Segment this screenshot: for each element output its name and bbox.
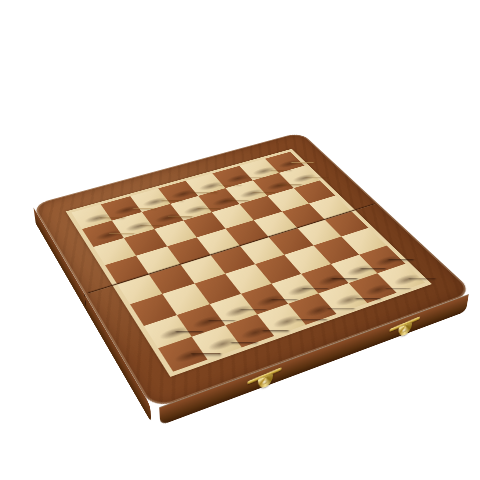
product-photo-scene: ♜♞♝♛♚♝♞♜♟♟♟♟♟♟♟♟♟♟♟♟♟♟♟♟♜♞♝♛♚♝♞♜	[0, 0, 480, 480]
board-top: ♜♞♝♛♚♝♞♜♟♟♟♟♟♟♟♟♟♟♟♟♟♟♟♟♜♞♝♛♚♝♞♜	[32, 132, 474, 410]
brass-latch-right	[388, 315, 420, 341]
chess-box: ♜♞♝♛♚♝♞♜♟♟♟♟♟♟♟♟♟♟♟♟♟♟♟♟♜♞♝♛♚♝♞♜	[32, 132, 474, 410]
fold-seam-side	[84, 294, 86, 312]
brass-latch-left	[248, 366, 282, 393]
